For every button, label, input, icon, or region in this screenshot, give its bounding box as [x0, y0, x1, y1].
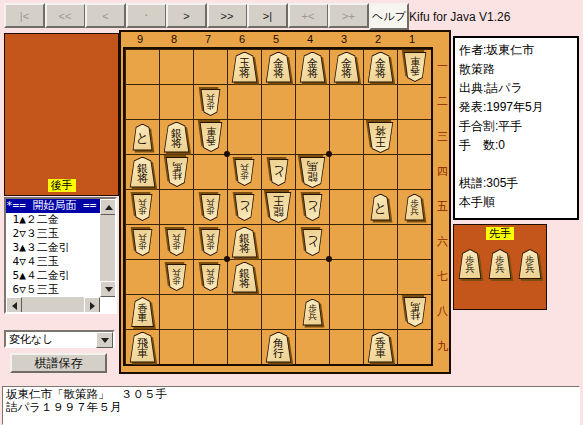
- save-kifu-button[interactable]: 棋譜保存: [10, 353, 107, 373]
- piece-歩兵-sente: 歩兵: [458, 249, 482, 279]
- chevron-down-icon: [101, 338, 109, 343]
- file-label: 8: [157, 32, 191, 47]
- piece-歩兵-gote: 歩兵: [166, 264, 187, 291]
- move-list-header[interactable]: *== 開始局面 ==: [6, 199, 100, 213]
- move-list-items: *== 開始局面 == 1▲２二金 2▽３三玉 3▲３二金引 4▽４三玉 5▲４…: [6, 199, 100, 297]
- piece-銀将-sente: 銀将: [129, 157, 156, 188]
- btn-first[interactable]: |<: [4, 3, 45, 28]
- piece-歩兵-sente: 歩兵: [302, 299, 323, 326]
- file-label: 1: [395, 32, 429, 47]
- move-list-item[interactable]: 1▲２二金: [6, 213, 100, 227]
- piece-歩兵-gote: 歩兵: [200, 89, 221, 116]
- scroll-up-button[interactable]: [100, 199, 117, 215]
- piece-飛車-sente: 飛車: [129, 332, 156, 363]
- piece-龍馬-gote: 龍馬: [299, 157, 326, 188]
- gote-hand-box: 後手: [4, 33, 119, 196]
- piece-玉将-sente: 玉将: [231, 52, 258, 83]
- piece-と-gote: と: [302, 194, 323, 221]
- scroll-left-button[interactable]: [6, 297, 22, 314]
- piece-香車-gote: 香車: [403, 52, 427, 82]
- piece-歩兵-gote: 歩兵: [132, 194, 153, 221]
- rank-label: 九: [435, 329, 450, 364]
- hoshi-dot: [224, 151, 230, 157]
- piece-桂馬-gote: 桂馬: [403, 297, 427, 327]
- piece-と-gote: と: [302, 229, 323, 256]
- file-label: 7: [191, 32, 225, 47]
- piece-金将-sente: 金将: [367, 52, 394, 83]
- dropdown-arrow-button[interactable]: [96, 332, 113, 348]
- shogi-board: 987654321 玉将金将金将金将金将香車歩兵と銀将香車王将銀将桂馬歩兵と龍馬…: [119, 30, 451, 374]
- piece-歩兵-gote: 歩兵: [132, 229, 153, 256]
- piece-香車-gote: 香車: [199, 122, 223, 152]
- piece-桂馬-gote: 桂馬: [165, 157, 189, 187]
- btn-back-10[interactable]: <<: [45, 3, 86, 28]
- scroll-down-icon: [105, 287, 113, 292]
- piece-歩兵-gote: 歩兵: [166, 229, 187, 256]
- btn-forward-10[interactable]: >>: [207, 3, 248, 28]
- gote-label: 後手: [48, 179, 76, 192]
- kifu-info-panel: 作者:坂東仁市 散策路 出典:詰パラ 発表:1997年5月 手合割:平手 手 数…: [453, 36, 579, 220]
- vertical-scrollbar[interactable]: [100, 199, 115, 297]
- piece-金将-sente: 金将: [299, 52, 326, 83]
- piece-歩兵-sente: 歩兵: [488, 249, 512, 279]
- piece-と-gote: と: [268, 159, 289, 186]
- piece-香車-sente: 香車: [367, 332, 394, 363]
- file-label: 3: [327, 32, 361, 47]
- piece-金将-sente: 金将: [333, 52, 360, 83]
- piece-王将-gote: 王将: [367, 122, 394, 153]
- horizontal-scrollbar[interactable]: [6, 297, 100, 312]
- scroll-up-icon: [105, 205, 113, 210]
- scroll-right-button[interactable]: [84, 297, 100, 314]
- move-list-item[interactable]: 6▽５三玉: [6, 283, 100, 297]
- variation-dropdown[interactable]: 変化なし: [4, 330, 115, 348]
- btn-variation-forward[interactable]: >+: [328, 3, 369, 28]
- piece-銀将-sente: 銀将: [163, 122, 190, 153]
- sente-hand-box: 先手 歩兵歩兵歩兵: [453, 224, 547, 310]
- rank-label: 五: [435, 189, 450, 224]
- move-list-item[interactable]: 2▽３三玉: [6, 227, 100, 241]
- piece-金将-sente: 金将: [265, 52, 292, 83]
- btn-forward[interactable]: >: [166, 3, 207, 28]
- rank-label: 八: [435, 294, 450, 329]
- piece-角行-sente: 角行: [265, 332, 292, 363]
- file-label: 5: [259, 32, 293, 47]
- piece-銀将-sente: 銀将: [231, 227, 258, 258]
- move-list-item[interactable]: 5▲４二金引: [6, 269, 100, 283]
- rank-label: 三: [435, 119, 450, 154]
- file-label: 6: [225, 32, 259, 47]
- piece-歩兵-gote: 歩兵: [200, 194, 221, 221]
- btn-back[interactable]: <: [85, 3, 126, 28]
- rank-label: 一: [435, 49, 450, 84]
- btn-stop[interactable]: ・: [126, 3, 167, 28]
- file-label: 2: [361, 32, 395, 47]
- piece-と-gote: と: [234, 194, 255, 221]
- board-grid: 玉将金将金将金将金将香車歩兵と銀将香車王将銀将桂馬歩兵と龍馬歩兵歩兵と龍王とと歩…: [123, 47, 433, 366]
- move-list-item[interactable]: 4▽４三玉: [6, 255, 100, 269]
- hoshi-dot: [224, 256, 230, 262]
- piece-歩兵-sente: 歩兵: [404, 194, 425, 221]
- piece-歩兵-sente: 歩兵: [518, 249, 542, 279]
- sente-label: 先手: [486, 227, 514, 240]
- move-list-item[interactable]: 3▲３二金引: [6, 241, 100, 255]
- file-labels: 987654321: [123, 32, 429, 47]
- sente-hand-pieces: 歩兵歩兵歩兵: [458, 249, 542, 289]
- piece-と-sente: と: [370, 194, 391, 221]
- piece-歩兵-gote: 歩兵: [234, 159, 255, 186]
- rank-label: 四: [435, 154, 450, 189]
- piece-歩兵-gote: 歩兵: [200, 229, 221, 256]
- rank-label: 六: [435, 224, 450, 259]
- file-label: 9: [123, 32, 157, 47]
- rank-labels: 一二三四五六七八九: [435, 49, 450, 364]
- piece-歩兵-gote: 歩兵: [200, 264, 221, 291]
- hoshi-dot: [326, 256, 332, 262]
- scroll-left-icon: [12, 302, 17, 310]
- hoshi-dot: [326, 151, 332, 157]
- file-label: 4: [293, 32, 327, 47]
- rank-label: 七: [435, 259, 450, 294]
- scroll-down-button[interactable]: [100, 281, 117, 297]
- btn-variation-back[interactable]: +<: [288, 3, 329, 28]
- window-title: Kifu for Java V1.26: [409, 10, 510, 24]
- variation-dropdown-value: 変化なし: [9, 332, 54, 346]
- piece-香車-sente: 香車: [131, 297, 155, 327]
- comment-textarea[interactable]: 坂東仁市「散策路」 ３０５手 詰パラ１９９７年５月: [2, 386, 580, 425]
- btn-last[interactable]: >|: [247, 3, 288, 28]
- help-button[interactable]: ヘルプ: [369, 3, 409, 30]
- rank-label: 二: [435, 84, 450, 119]
- scroll-right-icon: [90, 302, 95, 310]
- move-list[interactable]: *== 開始局面 == 1▲２二金 2▽３三玉 3▲３二金引 4▽４三玉 5▲４…: [4, 197, 117, 314]
- piece-と-sente: と: [132, 124, 153, 151]
- piece-龍王-gote: 龍王: [265, 192, 292, 223]
- piece-銀将-sente: 銀将: [231, 262, 258, 293]
